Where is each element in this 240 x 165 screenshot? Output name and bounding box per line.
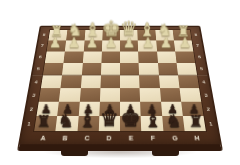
square-a2 xyxy=(37,102,60,116)
square-a5 xyxy=(43,63,64,75)
square-f4 xyxy=(139,75,159,88)
square-g3 xyxy=(160,88,181,102)
square-f6 xyxy=(138,52,157,64)
square-b6 xyxy=(64,52,84,64)
square-d5 xyxy=(101,63,120,75)
square-d3 xyxy=(100,88,120,102)
file-label-a: A xyxy=(31,133,54,143)
square-b7 xyxy=(65,40,84,51)
chess-set-photo: 87654321 87654321 ♜♞♝♚♛♝♞♜♟♟♟♟♟♟♟♟♟♟♟♟♟♟… xyxy=(0,0,240,165)
square-e6 xyxy=(120,52,139,64)
square-f1 xyxy=(141,116,163,131)
square-h5 xyxy=(176,63,197,75)
square-f8 xyxy=(137,30,155,41)
square-h1 xyxy=(183,116,206,131)
square-e2 xyxy=(120,102,141,116)
square-f5 xyxy=(139,63,159,75)
square-e8 xyxy=(120,30,138,41)
file-label-g: G xyxy=(164,133,187,143)
hinge-seam xyxy=(32,75,207,76)
square-b1 xyxy=(56,116,79,131)
square-g2 xyxy=(161,102,183,116)
square-g1 xyxy=(162,116,185,131)
play-area xyxy=(33,29,207,132)
square-c3 xyxy=(79,88,100,102)
square-c2 xyxy=(78,102,99,116)
square-a8 xyxy=(48,30,67,41)
square-e7 xyxy=(120,40,138,51)
square-d8 xyxy=(102,30,120,41)
file-label-c: C xyxy=(76,133,99,143)
square-a6 xyxy=(45,52,65,64)
square-b4 xyxy=(61,75,82,88)
square-c5 xyxy=(81,63,101,75)
square-b2 xyxy=(57,102,79,116)
file-label-e: E xyxy=(120,133,142,143)
board-grid xyxy=(33,29,207,132)
board-scene: 87654321 87654321 ♜♞♝♚♛♝♞♜♟♟♟♟♟♟♟♟♟♟♟♟♟♟… xyxy=(17,0,223,151)
square-c7 xyxy=(83,40,102,51)
square-e5 xyxy=(120,63,139,75)
square-h3 xyxy=(179,88,201,102)
square-d7 xyxy=(102,40,120,51)
square-h4 xyxy=(178,75,199,88)
square-c1 xyxy=(77,116,99,131)
file-label-h: H xyxy=(185,133,208,143)
square-d1 xyxy=(99,116,120,131)
square-d6 xyxy=(101,52,120,64)
square-h7 xyxy=(174,40,194,51)
square-a1 xyxy=(34,116,57,131)
square-f7 xyxy=(138,40,157,51)
file-labels-bottom: ABCDEFGH xyxy=(31,133,209,143)
file-label-f: F xyxy=(142,133,165,143)
square-g5 xyxy=(158,63,178,75)
square-a3 xyxy=(39,88,61,102)
square-a7 xyxy=(47,40,67,51)
chess-board: 87654321 87654321 ♜♞♝♚♛♝♞♜♟♟♟♟♟♟♟♟♟♟♟♟♟♟… xyxy=(17,26,223,151)
square-h8 xyxy=(172,30,191,41)
square-g7 xyxy=(156,40,175,51)
file-label-b: B xyxy=(53,133,76,143)
square-b5 xyxy=(62,63,82,75)
square-g8 xyxy=(155,30,174,41)
square-f2 xyxy=(140,102,161,116)
square-a4 xyxy=(41,75,62,88)
square-g6 xyxy=(157,52,177,64)
square-c6 xyxy=(82,52,101,64)
square-d2 xyxy=(99,102,120,116)
square-c8 xyxy=(84,30,102,41)
square-c4 xyxy=(80,75,100,88)
square-b3 xyxy=(59,88,80,102)
square-b8 xyxy=(66,30,85,41)
square-e4 xyxy=(120,75,140,88)
square-e3 xyxy=(120,88,140,102)
square-h2 xyxy=(181,102,204,116)
square-f3 xyxy=(140,88,161,102)
square-e1 xyxy=(120,116,141,131)
square-d4 xyxy=(100,75,120,88)
square-h6 xyxy=(175,52,195,64)
file-label-d: D xyxy=(98,133,120,143)
square-g4 xyxy=(159,75,180,88)
